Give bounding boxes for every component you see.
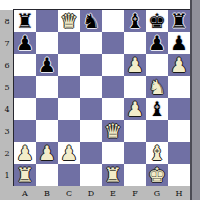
square-c5[interactable] (58, 76, 80, 98)
file-label-g: G (146, 186, 168, 200)
square-c7[interactable] (58, 32, 80, 54)
black-pawn[interactable]: ♟ (38, 55, 56, 75)
file-label-f: F (124, 186, 146, 200)
square-g8[interactable]: ♚ (146, 10, 168, 32)
square-c4[interactable] (58, 98, 80, 120)
square-b1[interactable] (36, 164, 58, 186)
square-h2[interactable] (168, 142, 190, 164)
rank-label-4: 4 (0, 98, 14, 120)
square-a5[interactable] (14, 76, 36, 98)
square-f6[interactable]: ♟ (124, 54, 146, 76)
white-knight[interactable]: ♞ (148, 77, 166, 97)
square-b3[interactable] (36, 120, 58, 142)
square-f2[interactable] (124, 142, 146, 164)
square-e1[interactable]: ♜ (102, 164, 124, 186)
file-label-a: A (14, 186, 36, 200)
file-labels-strip: ABCDEFGH (0, 186, 190, 200)
rank-label-8: 8 (0, 10, 14, 32)
square-d2[interactable] (80, 142, 102, 164)
square-d4[interactable] (80, 98, 102, 120)
black-pawn[interactable]: ♟ (148, 33, 166, 53)
rank-label-7: 7 (0, 32, 14, 54)
black-rook[interactable]: ♜ (16, 11, 34, 31)
square-d5[interactable] (80, 76, 102, 98)
square-b7[interactable] (36, 32, 58, 54)
black-bishop[interactable]: ♝ (126, 11, 144, 31)
chess-board[interactable]: ♜♛♞♝♚♜♟♟♟♟♟♟♞♟♝♛♟♟♟♝♜♜♚ (14, 10, 190, 186)
white-pawn[interactable]: ♟ (126, 99, 144, 119)
black-rook[interactable]: ♜ (170, 11, 188, 31)
square-d1[interactable] (80, 164, 102, 186)
white-pawn[interactable]: ♟ (38, 143, 56, 163)
square-g1[interactable]: ♚ (146, 164, 168, 186)
white-pawn[interactable]: ♟ (170, 55, 188, 75)
file-label-c: C (58, 186, 80, 200)
board-shadow-edge (190, 0, 200, 200)
file-label-e: E (102, 186, 124, 200)
square-h4[interactable] (168, 98, 190, 120)
rank-label-5: 5 (0, 76, 14, 98)
square-d8[interactable]: ♞ (80, 10, 102, 32)
square-a7[interactable]: ♟ (14, 32, 36, 54)
square-c2[interactable]: ♟ (58, 142, 80, 164)
square-d6[interactable] (80, 54, 102, 76)
square-c8[interactable]: ♛ (58, 10, 80, 32)
square-e5[interactable] (102, 76, 124, 98)
white-bishop[interactable]: ♝ (148, 143, 166, 163)
square-g7[interactable]: ♟ (146, 32, 168, 54)
file-label-d: D (80, 186, 102, 200)
square-a4[interactable] (14, 98, 36, 120)
square-e3[interactable]: ♛ (102, 120, 124, 142)
square-c1[interactable] (58, 164, 80, 186)
square-b2[interactable]: ♟ (36, 142, 58, 164)
square-g6[interactable] (146, 54, 168, 76)
square-e8[interactable] (102, 10, 124, 32)
black-king[interactable]: ♚ (148, 11, 166, 31)
white-king[interactable]: ♚ (148, 165, 166, 185)
file-labels: ABCDEFGH (14, 186, 190, 200)
black-pawn[interactable]: ♟ (16, 33, 34, 53)
square-d3[interactable] (80, 120, 102, 142)
square-b5[interactable] (36, 76, 58, 98)
square-h7[interactable]: ♟ (168, 32, 190, 54)
black-knight[interactable]: ♞ (82, 11, 100, 31)
square-g3[interactable] (146, 120, 168, 142)
square-b4[interactable] (36, 98, 58, 120)
square-a6[interactable] (14, 54, 36, 76)
square-f3[interactable] (124, 120, 146, 142)
square-f7[interactable] (124, 32, 146, 54)
rank-label-6: 6 (0, 54, 14, 76)
square-f4[interactable]: ♟ (124, 98, 146, 120)
square-f8[interactable]: ♝ (124, 10, 146, 32)
rank-labels-strip: 87654321 (0, 10, 14, 186)
square-a8[interactable]: ♜ (14, 10, 36, 32)
square-h1[interactable] (168, 164, 190, 186)
square-e4[interactable] (102, 98, 124, 120)
square-e7[interactable] (102, 32, 124, 54)
white-pawn[interactable]: ♟ (60, 143, 78, 163)
square-h3[interactable] (168, 120, 190, 142)
white-queen[interactable]: ♛ (60, 11, 78, 31)
rank-label-1: 1 (0, 164, 14, 186)
square-a1[interactable]: ♜ (14, 164, 36, 186)
white-rook[interactable]: ♜ (16, 165, 34, 185)
square-g5[interactable]: ♞ (146, 76, 168, 98)
black-pawn[interactable]: ♟ (170, 33, 188, 53)
square-c3[interactable] (58, 120, 80, 142)
square-h5[interactable] (168, 76, 190, 98)
square-f1[interactable] (124, 164, 146, 186)
rank-label-3: 3 (0, 120, 14, 142)
square-d7[interactable] (80, 32, 102, 54)
white-rook[interactable]: ♜ (104, 165, 122, 185)
square-f5[interactable] (124, 76, 146, 98)
black-bishop[interactable]: ♝ (148, 99, 166, 119)
chessboard-frame: 87654321 ♜♛♞♝♚♜♟♟♟♟♟♟♞♟♝♛♟♟♟♝♜♜♚ ABCDEFG… (0, 0, 200, 200)
file-label-h: H (168, 186, 190, 200)
white-queen[interactable]: ♛ (104, 121, 122, 141)
square-a3[interactable] (14, 120, 36, 142)
square-e2[interactable] (102, 142, 124, 164)
square-b8[interactable] (36, 10, 58, 32)
square-a2[interactable]: ♟ (14, 142, 36, 164)
square-c6[interactable] (58, 54, 80, 76)
square-g2[interactable]: ♝ (146, 142, 168, 164)
file-label-b: B (36, 186, 58, 200)
square-e6[interactable] (102, 54, 124, 76)
square-h8[interactable]: ♜ (168, 10, 190, 32)
square-b6[interactable]: ♟ (36, 54, 58, 76)
square-g4[interactable]: ♝ (146, 98, 168, 120)
square-h6[interactable]: ♟ (168, 54, 190, 76)
white-pawn[interactable]: ♟ (126, 55, 144, 75)
white-pawn[interactable]: ♟ (16, 143, 34, 163)
rank-label-2: 2 (0, 142, 14, 164)
